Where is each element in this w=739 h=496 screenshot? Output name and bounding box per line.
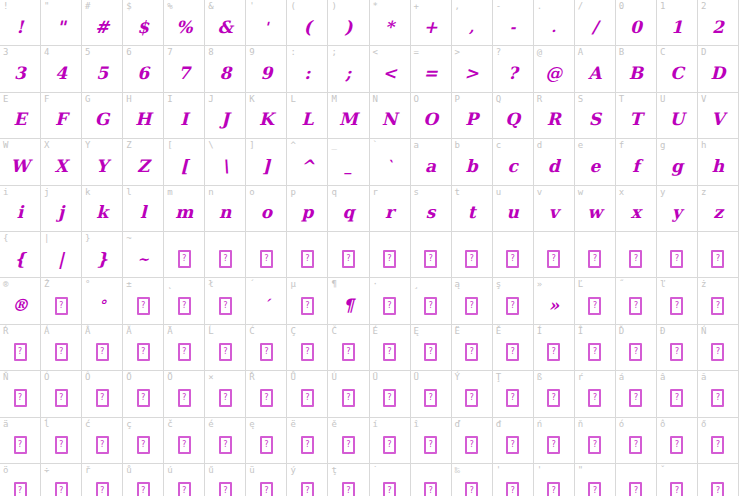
missing-glyph-box: ? — [547, 436, 560, 454]
font-glyph: P — [465, 111, 478, 128]
char-code-label: H — [126, 94, 131, 105]
char-cell: || — [41, 232, 82, 278]
char-code-label: U — [660, 94, 665, 105]
char-code-label: ş — [496, 279, 501, 290]
char-code-label: c — [496, 140, 501, 151]
font-glyph: ° — [99, 297, 106, 314]
char-cell: ss — [411, 186, 452, 232]
char-cell: `` — [370, 139, 411, 185]
missing-glyph-box: ? — [670, 343, 683, 361]
char-cell: rr — [370, 186, 411, 232]
char-cell: NN — [370, 93, 411, 139]
char-code-label: ? — [496, 47, 501, 58]
font-glyph: y — [672, 204, 682, 221]
font-glyph: c — [508, 158, 518, 175]
char-code-label: » — [537, 279, 542, 290]
char-code-label: N — [373, 94, 378, 105]
char-cell: gg — [657, 139, 698, 185]
char-cell: ş? — [493, 278, 534, 324]
char-cell: Ü? — [411, 371, 452, 417]
char-cell: PP — [452, 93, 493, 139]
font-glyph: < — [382, 65, 396, 82]
font-glyph: | — [58, 251, 64, 268]
font-glyph: d — [548, 158, 560, 175]
char-cell: ? — [616, 464, 657, 496]
char-code-label: Z — [126, 140, 131, 151]
char-cell: OO — [411, 93, 452, 139]
missing-glyph-box: ? — [178, 436, 191, 454]
char-code-label: ö — [3, 465, 8, 476]
char-cell: é? — [205, 418, 246, 464]
missing-glyph-box: ? — [55, 482, 68, 496]
char-code-label: - — [496, 1, 501, 12]
char-code-label: 3 — [3, 47, 8, 58]
char-cell: ý? — [287, 464, 328, 496]
char-code-label: ř — [85, 465, 90, 476]
missing-glyph-box: ? — [178, 482, 191, 496]
font-glyph: } — [97, 251, 108, 268]
font-glyph: [ — [180, 158, 188, 175]
char-cell: ? — [698, 464, 739, 496]
char-cell: TT — [616, 93, 657, 139]
font-glyph: e — [589, 158, 600, 175]
font-glyph: , — [469, 19, 474, 36]
missing-glyph-box: ? — [711, 436, 724, 454]
missing-glyph-box: ? — [588, 436, 601, 454]
missing-glyph-box: ? — [219, 389, 232, 407]
missing-glyph-box: ? — [342, 343, 355, 361]
char-cell: ;; — [328, 46, 369, 92]
char-cell: ? — [698, 232, 739, 278]
char-code-label: ) — [331, 1, 336, 12]
missing-glyph-box: ? — [506, 436, 519, 454]
font-glyph: V — [711, 111, 724, 128]
font-glyph: ¶ — [343, 297, 354, 314]
missing-glyph-box: ? — [465, 250, 478, 268]
missing-glyph-box: ? — [178, 389, 191, 407]
char-cell: Ă? — [123, 325, 164, 371]
char-code-label: ç — [126, 419, 131, 430]
char-cell: ň? — [575, 418, 616, 464]
char-cell: ** — [370, 0, 411, 46]
char-cell: Ě? — [493, 325, 534, 371]
char-code-label: č — [167, 419, 172, 430]
char-cell: ? — [411, 464, 452, 496]
char-code-label: ż — [701, 279, 706, 290]
char-cell: QQ — [493, 93, 534, 139]
char-code-label: × — [208, 372, 213, 383]
missing-glyph-box: ? — [55, 297, 68, 315]
char-cell: Ĺ? — [205, 325, 246, 371]
font-glyph: v — [549, 204, 559, 221]
char-cell: ć? — [82, 418, 123, 464]
char-code-label: o — [249, 187, 254, 198]
font-glyph: . — [551, 19, 556, 36]
char-cell: ç? — [123, 418, 164, 464]
char-cell: ř? — [82, 464, 123, 496]
char-cell: UU — [657, 93, 698, 139]
missing-glyph-box: ? — [260, 482, 273, 496]
char-code-label: } — [85, 233, 90, 244]
char-code-label: ˙ — [373, 465, 378, 476]
font-glyph: ~ — [137, 251, 149, 268]
char-code-label: O — [414, 94, 419, 105]
font-glyph: 2 — [712, 19, 724, 36]
missing-glyph-box: ? — [178, 343, 191, 361]
missing-glyph-box: ? — [424, 250, 437, 268]
char-cell: Ű? — [370, 371, 411, 417]
char-code-label: 9 — [249, 47, 254, 58]
char-code-label: g — [660, 140, 665, 151]
char-code-label: ˝ — [619, 279, 624, 290]
char-code-label: ® — [3, 279, 8, 290]
char-code-label: Ó — [44, 372, 49, 383]
char-cell: ? — [411, 232, 452, 278]
char-code-label: Ă — [126, 326, 131, 337]
char-cell: Á? — [41, 325, 82, 371]
char-cell: ?? — [493, 46, 534, 92]
char-cell: Ů? — [287, 371, 328, 417]
char-cell: ee — [575, 139, 616, 185]
char-cell: 33 — [0, 46, 41, 92]
font-glyph: 3 — [14, 65, 26, 82]
char-cell: YY — [82, 139, 123, 185]
char-cell: .. — [534, 0, 575, 46]
char-code-label: ' — [496, 465, 501, 476]
char-cell: ? — [287, 232, 328, 278]
char-code-label: Ű — [373, 372, 378, 383]
font-glyph: i — [17, 204, 23, 221]
font-glyph: A — [588, 65, 601, 82]
missing-glyph-box: ? — [547, 250, 560, 268]
font-glyph: K — [259, 111, 274, 128]
char-cell: î? — [411, 418, 452, 464]
char-cell: ,, — [452, 0, 493, 46]
char-code-label: Ů — [290, 372, 295, 383]
font-glyph: ` — [386, 158, 393, 175]
char-cell: "" — [41, 0, 82, 46]
font-glyph: w — [587, 204, 602, 221]
font-glyph: 7 — [178, 65, 190, 82]
char-cell: ő? — [698, 418, 739, 464]
char-cell: ±? — [123, 278, 164, 324]
char-cell: ţ? — [328, 464, 369, 496]
char-cell: dd — [534, 139, 575, 185]
char-cell: HH — [123, 93, 164, 139]
char-cell: && — [205, 0, 246, 46]
font-glyph: 8 — [219, 65, 231, 82]
char-cell: ~~ — [123, 232, 164, 278]
char-cell: ů? — [123, 464, 164, 496]
char-cell: "? — [575, 464, 616, 496]
char-cell: ę? — [246, 418, 287, 464]
char-cell: ô? — [657, 418, 698, 464]
char-code-label: ă — [701, 372, 706, 383]
missing-glyph-box: ? — [219, 343, 232, 361]
char-code-label: ů — [126, 465, 131, 476]
font-glyph: h — [712, 158, 724, 175]
char-cell: ˝? — [616, 278, 657, 324]
char-cell: tt — [452, 186, 493, 232]
char-code-label: · — [373, 279, 378, 290]
char-cell: ě? — [328, 418, 369, 464]
char-cell: 44 — [41, 46, 82, 92]
char-code-label: Ç — [290, 326, 295, 337]
char-code-label: M — [331, 94, 336, 105]
char-code-label: ` — [373, 140, 378, 151]
char-cell: ą? — [452, 278, 493, 324]
char-code-label: d — [537, 140, 542, 151]
char-cell: Ć? — [246, 325, 287, 371]
font-glyph: R — [547, 111, 561, 128]
char-code-label: 4 — [44, 47, 49, 58]
char-cell: ë? — [287, 418, 328, 464]
font-glyph: B — [629, 65, 643, 82]
missing-glyph-box: ? — [547, 482, 560, 496]
font-glyph: ´ — [263, 297, 270, 314]
font-glyph: » — [548, 297, 559, 314]
char-cell: µ? — [287, 278, 328, 324]
char-code-label: Ý — [455, 372, 460, 383]
char-cell: uu — [493, 186, 534, 232]
char-cell: }} — [82, 232, 123, 278]
char-code-label: É — [373, 326, 378, 337]
char-code-label: ' — [537, 465, 542, 476]
font-glyph: E — [14, 111, 27, 128]
char-cell: SS — [575, 93, 616, 139]
char-cell: ĺ? — [41, 418, 82, 464]
font-glyph: - — [510, 19, 516, 36]
char-cell: ? — [328, 232, 369, 278]
char-cell: DD — [698, 46, 739, 92]
font-glyph: # — [95, 19, 109, 36]
missing-glyph-box: ? — [219, 250, 232, 268]
char-code-label: Ř — [249, 372, 254, 383]
char-cell: GG — [82, 93, 123, 139]
char-cell: zz — [698, 186, 739, 232]
missing-glyph-box: ? — [301, 250, 314, 268]
missing-glyph-box: ? — [14, 482, 27, 496]
font-glyph: X — [54, 158, 67, 175]
char-cell: ? — [452, 232, 493, 278]
char-cell: ^^ — [287, 139, 328, 185]
char-cell: Ë? — [452, 325, 493, 371]
missing-glyph-box: ? — [465, 297, 478, 315]
font-glyph: ^ — [300, 158, 314, 175]
char-code-label: Ö — [167, 372, 172, 383]
char-code-label: Ď — [619, 326, 624, 337]
font-glyph: & — [218, 19, 233, 36]
char-code-label: p — [290, 187, 295, 198]
char-code-label: Ţ — [496, 372, 501, 383]
char-code-label: ľ — [660, 279, 665, 290]
missing-glyph-box: ? — [424, 436, 437, 454]
missing-glyph-box: ? — [711, 343, 724, 361]
char-cell: É? — [370, 325, 411, 371]
char-code-label: < — [373, 47, 378, 58]
missing-glyph-box: ? — [670, 389, 683, 407]
char-code-label: ÷ — [44, 465, 49, 476]
missing-glyph-box: ? — [55, 389, 68, 407]
char-cell: ++ — [411, 0, 452, 46]
char-cell: Č? — [328, 325, 369, 371]
char-code-label: Ĺ — [208, 326, 213, 337]
char-cell: Ő? — [123, 371, 164, 417]
char-code-label: Î — [578, 326, 583, 337]
font-glyph: D — [711, 65, 726, 82]
missing-glyph-box: ? — [96, 389, 109, 407]
char-code-label: đ — [496, 419, 501, 430]
char-code-label: R — [537, 94, 542, 105]
char-code-label: ý — [290, 465, 295, 476]
missing-glyph-box: ? — [301, 389, 314, 407]
font-glyph: ( — [303, 19, 311, 36]
char-cell: ## — [82, 0, 123, 46]
missing-glyph-box: ? — [424, 343, 437, 361]
font-glyph: * — [385, 19, 394, 36]
char-cell: ď? — [452, 418, 493, 464]
font-glyph: j — [58, 204, 64, 221]
char-cell: ®® — [0, 278, 41, 324]
font-glyph: a — [425, 158, 436, 175]
char-cell: ö? — [0, 464, 41, 496]
missing-glyph-box: ? — [383, 250, 396, 268]
font-glyph: q — [343, 204, 355, 221]
font-glyph: p — [301, 204, 313, 221]
char-cell: MM — [328, 93, 369, 139]
missing-glyph-box: ? — [137, 343, 150, 361]
char-cell: ű? — [205, 464, 246, 496]
char-code-label: Ü — [414, 372, 419, 383]
char-code-label: ^ — [290, 140, 295, 151]
char-cell: Ď? — [616, 325, 657, 371]
char-cell: 55 — [82, 46, 123, 92]
missing-glyph-box: ? — [629, 482, 642, 496]
font-glyph: ) — [344, 19, 352, 36]
missing-glyph-box: ? — [547, 389, 560, 407]
missing-glyph-box: ? — [424, 389, 437, 407]
char-cell: Ń? — [698, 325, 739, 371]
missing-glyph-box: ? — [670, 250, 683, 268]
char-code-label: Ż — [44, 279, 49, 290]
char-code-label: A — [578, 47, 583, 58]
font-glyph: " — [57, 19, 66, 36]
char-cell: nn — [205, 186, 246, 232]
char-code-label: ŕ — [578, 372, 583, 383]
font-glyph: L — [301, 111, 313, 128]
missing-glyph-box: ? — [383, 482, 396, 496]
char-cell: ? — [246, 232, 287, 278]
font-glyph: n — [219, 204, 231, 221]
char-cell: 66 — [123, 46, 164, 92]
char-code-label: Č — [331, 326, 336, 337]
font-glyph: 1 — [671, 19, 683, 36]
char-code-label: Ń — [701, 326, 706, 337]
font-glyph: T — [630, 111, 643, 128]
missing-glyph-box: ? — [301, 297, 314, 315]
char-code-label: E — [3, 94, 8, 105]
char-cell: {{ — [0, 232, 41, 278]
char-cell: xx — [616, 186, 657, 232]
missing-glyph-box: ? — [342, 436, 355, 454]
char-cell: Ż? — [41, 278, 82, 324]
char-cell: EE — [0, 93, 41, 139]
char-cell: vv — [534, 186, 575, 232]
font-glyph: $ — [137, 19, 149, 36]
font-glyph: m — [175, 204, 193, 221]
char-code-label: e — [578, 140, 583, 151]
char-cell: 11 — [657, 0, 698, 46]
font-glyph: Q — [505, 111, 520, 128]
font-glyph: O — [423, 111, 438, 128]
char-code-label: á — [619, 372, 624, 383]
font-glyph: ! — [16, 19, 23, 36]
char-cell: << — [370, 46, 411, 92]
char-code-label: ü — [249, 465, 254, 476]
char-cell: kk — [82, 186, 123, 232]
char-code-label: Á — [44, 326, 49, 337]
char-code-label: ú — [167, 465, 172, 476]
missing-glyph-box: ? — [465, 482, 478, 496]
char-code-label: W — [3, 140, 8, 151]
missing-glyph-box: ? — [219, 297, 232, 315]
missing-glyph-box: ? — [383, 436, 396, 454]
char-cell: ii — [0, 186, 41, 232]
char-cell: Â? — [82, 325, 123, 371]
char-cell: '' — [246, 0, 287, 46]
character-map-stage: !!""##$$%%&&''(())**++,,--..//0011223344… — [0, 0, 739, 496]
char-cell: FF — [41, 93, 82, 139]
char-cell: cc — [493, 139, 534, 185]
char-code-label: k — [85, 187, 90, 198]
font-glyph: I — [180, 111, 188, 128]
font-glyph: N — [382, 111, 398, 128]
char-code-label: ' — [249, 1, 254, 12]
missing-glyph-box: ? — [424, 297, 437, 315]
char-cell: VV — [698, 93, 739, 139]
char-cell: Ŕ? — [0, 325, 41, 371]
font-glyph: Y — [96, 158, 108, 175]
char-cell: )) — [328, 0, 369, 46]
char-code-label: ˛ — [167, 279, 172, 290]
char-cell: ˙? — [370, 464, 411, 496]
char-cell: ×? — [205, 371, 246, 417]
font-glyph: + — [423, 19, 437, 36]
font-glyph: % — [176, 19, 192, 36]
char-cell: ll — [123, 186, 164, 232]
char-cell: ä? — [0, 418, 41, 464]
char-cell: ·? — [370, 278, 411, 324]
char-code-label: = — [414, 47, 419, 58]
char-code-label: ţ — [331, 465, 336, 476]
char-cell: CC — [657, 46, 698, 92]
char-cell: í? — [370, 418, 411, 464]
char-code-label: Ň — [3, 372, 8, 383]
char-cell: '? — [493, 464, 534, 496]
char-cell: ? — [205, 232, 246, 278]
char-cell: 00 — [616, 0, 657, 46]
char-cell: JJ — [205, 93, 246, 139]
missing-glyph-box: ? — [424, 482, 437, 496]
missing-glyph-box: ? — [383, 343, 396, 361]
font-glyph: > — [465, 65, 479, 82]
char-code-label: Ô — [85, 372, 90, 383]
font-glyph: 9 — [260, 65, 272, 82]
missing-glyph-box: ? — [301, 482, 314, 496]
char-code-label: é — [208, 419, 213, 430]
char-code-label: [ — [167, 140, 172, 151]
char-code-label: j — [44, 187, 49, 198]
